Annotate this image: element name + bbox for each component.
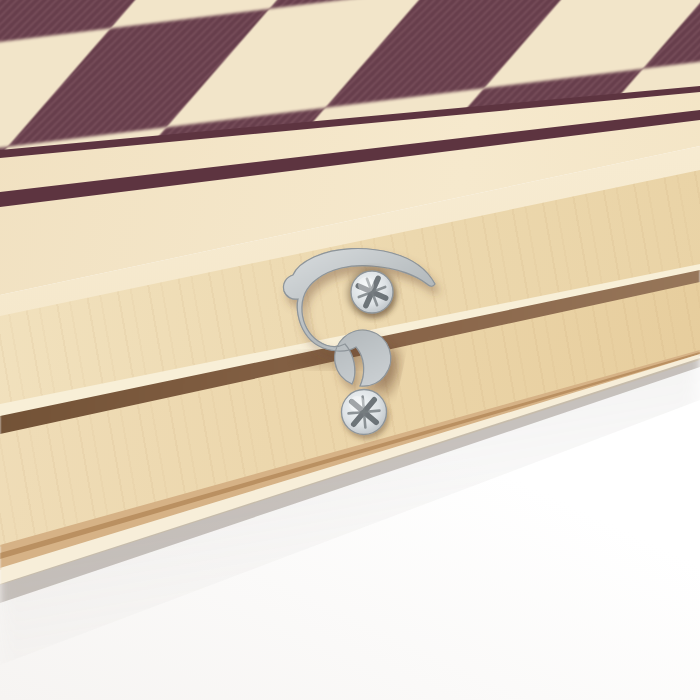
- photo-chess-box: [0, 0, 700, 700]
- board-square: [0, 147, 8, 285]
